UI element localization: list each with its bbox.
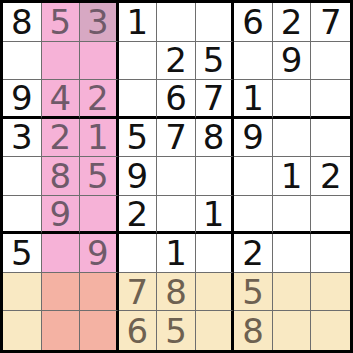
cell-r6c9[interactable]: [311, 196, 350, 235]
cell-r2c3[interactable]: [80, 42, 119, 81]
cell-r6c1[interactable]: [3, 196, 42, 235]
cell-r4c4[interactable]: 5: [119, 119, 158, 158]
cell-r3c2[interactable]: 4: [42, 80, 81, 119]
cell-r1c5[interactable]: [157, 3, 196, 42]
cell-r3c1[interactable]: 9: [3, 80, 42, 119]
cell-r6c4[interactable]: 2: [119, 196, 158, 235]
cell-r9c4[interactable]: 6: [119, 311, 158, 350]
cell-r5c6[interactable]: [196, 157, 235, 196]
cell-r9c7[interactable]: 8: [234, 311, 273, 350]
cell-r1c3[interactable]: 3: [80, 3, 119, 42]
cell-r7c7[interactable]: 2: [234, 234, 273, 273]
cell-r7c8[interactable]: [273, 234, 312, 273]
cell-r5c2[interactable]: 8: [42, 157, 81, 196]
cell-r9c2[interactable]: [42, 311, 81, 350]
cell-r9c9[interactable]: [311, 311, 350, 350]
cell-r4c5[interactable]: 7: [157, 119, 196, 158]
cell-r2c7[interactable]: [234, 42, 273, 81]
cell-r8c4[interactable]: 7: [119, 273, 158, 312]
cell-r8c5[interactable]: 8: [157, 273, 196, 312]
cell-r4c3[interactable]: 1: [80, 119, 119, 158]
cell-r5c8[interactable]: 1: [273, 157, 312, 196]
cell-r3c3[interactable]: 2: [80, 80, 119, 119]
cell-r4c1[interactable]: 3: [3, 119, 42, 158]
cell-r5c5[interactable]: [157, 157, 196, 196]
cell-r3c8[interactable]: [273, 80, 312, 119]
cell-r3c4[interactable]: [119, 80, 158, 119]
cell-r8c2[interactable]: [42, 273, 81, 312]
cell-r6c2[interactable]: 9: [42, 196, 81, 235]
cell-r6c8[interactable]: [273, 196, 312, 235]
cell-r3c7[interactable]: 1: [234, 80, 273, 119]
cell-r4c6[interactable]: 8: [196, 119, 235, 158]
cell-r3c9[interactable]: [311, 80, 350, 119]
cell-r7c9[interactable]: [311, 234, 350, 273]
cell-r1c1[interactable]: 8: [3, 3, 42, 42]
cell-r9c8[interactable]: [273, 311, 312, 350]
cell-r7c4[interactable]: [119, 234, 158, 273]
cell-r4c9[interactable]: [311, 119, 350, 158]
cell-r8c8[interactable]: [273, 273, 312, 312]
cell-r8c6[interactable]: [196, 273, 235, 312]
cell-r3c5[interactable]: 6: [157, 80, 196, 119]
cell-r9c1[interactable]: [3, 311, 42, 350]
cell-r7c2[interactable]: [42, 234, 81, 273]
cell-r2c5[interactable]: 2: [157, 42, 196, 81]
cell-r7c5[interactable]: 1: [157, 234, 196, 273]
cell-r5c7[interactable]: [234, 157, 273, 196]
cell-r6c7[interactable]: [234, 196, 273, 235]
cell-r4c2[interactable]: 2: [42, 119, 81, 158]
cell-r8c3[interactable]: [80, 273, 119, 312]
cell-r2c6[interactable]: 5: [196, 42, 235, 81]
cell-r2c2[interactable]: [42, 42, 81, 81]
cell-r2c9[interactable]: [311, 42, 350, 81]
cell-r6c3[interactable]: [80, 196, 119, 235]
cell-r1c9[interactable]: 7: [311, 3, 350, 42]
cell-r9c3[interactable]: [80, 311, 119, 350]
cell-r9c5[interactable]: 5: [157, 311, 196, 350]
cell-r9c6[interactable]: [196, 311, 235, 350]
sudoku-board: 8531627259942671321578985912921591278565…: [0, 0, 353, 353]
cell-r8c1[interactable]: [3, 273, 42, 312]
cell-r7c1[interactable]: 5: [3, 234, 42, 273]
cell-r5c4[interactable]: 9: [119, 157, 158, 196]
cell-r1c6[interactable]: [196, 3, 235, 42]
cell-r6c5[interactable]: [157, 196, 196, 235]
cell-r1c2[interactable]: 5: [42, 3, 81, 42]
cell-r1c4[interactable]: 1: [119, 3, 158, 42]
cell-r7c6[interactable]: [196, 234, 235, 273]
cell-r2c4[interactable]: [119, 42, 158, 81]
cell-r4c8[interactable]: [273, 119, 312, 158]
cell-r4c7[interactable]: 9: [234, 119, 273, 158]
cell-r8c7[interactable]: 5: [234, 273, 273, 312]
cell-r8c9[interactable]: [311, 273, 350, 312]
cell-r5c3[interactable]: 5: [80, 157, 119, 196]
cell-r2c1[interactable]: [3, 42, 42, 81]
cell-r5c9[interactable]: 2: [311, 157, 350, 196]
cell-r5c1[interactable]: [3, 157, 42, 196]
cell-r6c6[interactable]: 1: [196, 196, 235, 235]
cell-r1c8[interactable]: 2: [273, 3, 312, 42]
cell-r2c8[interactable]: 9: [273, 42, 312, 81]
cell-r7c3[interactable]: 9: [80, 234, 119, 273]
cell-r3c6[interactable]: 7: [196, 80, 235, 119]
cell-r1c7[interactable]: 6: [234, 3, 273, 42]
